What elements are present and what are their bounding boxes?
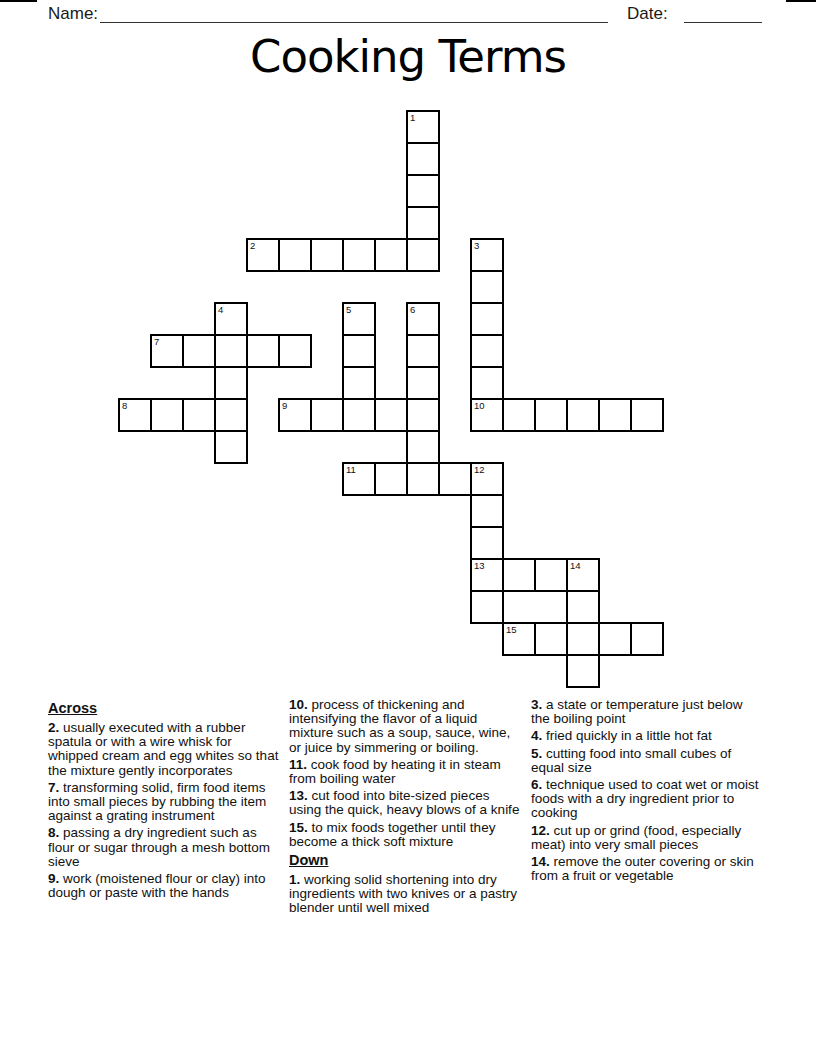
name-label: Name:	[48, 4, 98, 24]
grid-cell[interactable]: 5	[342, 302, 376, 336]
grid-cell[interactable]	[470, 366, 504, 400]
grid-cell[interactable]	[438, 462, 472, 496]
grid-cell[interactable]	[630, 622, 664, 656]
grid-cell[interactable]	[182, 334, 216, 368]
clue: 6. technique used to coat wet or moist f…	[531, 778, 763, 821]
clue-number: 10.	[289, 697, 312, 712]
clue-number: 1.	[289, 872, 304, 887]
grid-cell[interactable]	[182, 398, 216, 432]
grid-cell[interactable]: 6	[406, 302, 440, 336]
clue: 8. passing a dry ingredient such as flou…	[48, 826, 280, 869]
grid-cell[interactable]: 13	[470, 558, 504, 592]
cell-number: 5	[346, 304, 351, 315]
puzzle-title: Cooking Terms	[0, 30, 816, 83]
grid-cell[interactable]	[566, 654, 600, 688]
grid-cell[interactable]: 14	[566, 558, 600, 592]
clue: 12. cut up or grind (food, especially me…	[531, 824, 763, 852]
cell-number: 7	[154, 336, 159, 347]
grid-cell[interactable]	[150, 398, 184, 432]
grid-cell[interactable]	[566, 622, 600, 656]
grid-cell[interactable]	[406, 238, 440, 272]
clue-number: 12.	[531, 823, 554, 838]
grid-cell[interactable]: 15	[502, 622, 536, 656]
cell-number: 3	[474, 240, 479, 251]
grid-cell[interactable]	[342, 398, 376, 432]
grid-cell[interactable]	[406, 366, 440, 400]
worksheet-page: { "game": "crossword", "title": "Cooking…	[0, 0, 816, 1056]
grid-cell[interactable]: 10	[470, 398, 504, 432]
grid-cell[interactable]	[214, 430, 248, 464]
cell-number: 15	[506, 624, 517, 635]
grid-cell[interactable]	[214, 366, 248, 400]
clue-section-header: Across	[48, 700, 280, 716]
grid-cell[interactable]: 1	[406, 110, 440, 144]
grid-cell[interactable]	[406, 174, 440, 208]
cell-number: 8	[122, 400, 127, 411]
grid-cell[interactable]: 2	[246, 238, 280, 272]
clue: 7. transforming solid, firm food items i…	[48, 781, 280, 824]
grid-cell[interactable]	[278, 238, 312, 272]
clue: 11. cook food by heating it in steam fro…	[289, 758, 521, 786]
clue-number: 9.	[48, 871, 63, 886]
grid-cell[interactable]	[214, 334, 248, 368]
grid-cell[interactable]	[470, 270, 504, 304]
clues-column-1: Across2. usually executed with a rubber …	[48, 698, 280, 903]
grid-cell[interactable]	[534, 398, 568, 432]
date-input-line[interactable]	[684, 21, 762, 23]
clue-number: 15.	[289, 820, 312, 835]
grid-cell[interactable]	[406, 206, 440, 240]
clue-number: 5.	[531, 746, 546, 761]
grid-cell[interactable]	[630, 398, 664, 432]
grid-cell[interactable]	[374, 238, 408, 272]
grid-cell[interactable]	[246, 334, 280, 368]
cell-number: 2	[250, 240, 255, 251]
grid-cell[interactable]: 8	[118, 398, 152, 432]
grid-cell[interactable]: 12	[470, 462, 504, 496]
grid-cell[interactable]	[342, 334, 376, 368]
clue-number: 6.	[531, 777, 546, 792]
grid-cell[interactable]	[278, 334, 312, 368]
clue: 9. work (moistened flour or clay) into d…	[48, 872, 280, 900]
clue: 4. fried quickly in a little hot fat	[531, 729, 763, 743]
grid-cell[interactable]	[310, 238, 344, 272]
grid-cell[interactable]	[310, 398, 344, 432]
grid-cell[interactable]	[406, 430, 440, 464]
grid-cell[interactable]: 7	[150, 334, 184, 368]
cell-number: 9	[282, 400, 287, 411]
cell-number: 12	[474, 464, 485, 475]
grid-cell[interactable]	[470, 526, 504, 560]
clue: 1. working solid shortening into dry ing…	[289, 873, 521, 916]
grid-cell[interactable]	[374, 398, 408, 432]
grid-cell[interactable]	[406, 334, 440, 368]
grid-cell[interactable]	[598, 622, 632, 656]
grid-cell[interactable]	[470, 590, 504, 624]
clue: 10. process of thickening and intensifyi…	[289, 698, 521, 755]
grid-cell[interactable]	[342, 366, 376, 400]
cell-number: 4	[218, 304, 223, 315]
clue-number: 2.	[48, 720, 63, 735]
grid-cell[interactable]	[406, 462, 440, 496]
grid-cell[interactable]: 4	[214, 302, 248, 336]
clue: 15. to mix foods together until they bec…	[289, 821, 521, 849]
clue-number: 13.	[289, 788, 312, 803]
clue: 14. remove the outer covering or skin fr…	[531, 855, 763, 883]
clue-number: 14.	[531, 854, 554, 869]
grid-cell[interactable]	[502, 398, 536, 432]
grid-cell[interactable]	[470, 302, 504, 336]
grid-cell[interactable]	[374, 462, 408, 496]
grid-cell[interactable]	[598, 398, 632, 432]
grid-cell[interactable]	[534, 558, 568, 592]
clues-column-2: 10. process of thickening and intensifyi…	[289, 698, 521, 919]
grid-cell[interactable]	[566, 398, 600, 432]
grid-cell[interactable]: 11	[342, 462, 376, 496]
grid-cell[interactable]: 9	[278, 398, 312, 432]
grid-cell[interactable]	[470, 494, 504, 528]
top-rule-left	[0, 0, 37, 2]
grid-cell[interactable]	[214, 398, 248, 432]
clue-section-header: Down	[289, 852, 521, 868]
grid-cell[interactable]	[534, 622, 568, 656]
cell-number: 13	[474, 560, 485, 571]
clue-number: 4.	[531, 728, 546, 743]
cell-number: 10	[474, 400, 485, 411]
clue-number: 8.	[48, 825, 63, 840]
date-label: Date:	[627, 4, 668, 24]
clue: 3. a state or temperature just below the…	[531, 698, 763, 726]
clue-number: 7.	[48, 780, 63, 795]
clue: 5. cutting food into small cubes of equa…	[531, 747, 763, 775]
top-rule-right	[786, 0, 816, 2]
crossword-grid: 123456789101112131415	[118, 110, 666, 690]
name-input-line[interactable]	[100, 21, 608, 23]
cell-number: 11	[346, 464, 356, 475]
grid-cell[interactable]	[342, 238, 376, 272]
clue-number: 3.	[531, 697, 546, 712]
grid-cell[interactable]	[470, 334, 504, 368]
clue: 2. usually executed with a rubber spatul…	[48, 721, 280, 778]
clue: 13. cut food into bite-sized pieces usin…	[289, 789, 521, 817]
cell-number: 1	[410, 112, 415, 123]
grid-cell[interactable]: 3	[470, 238, 504, 272]
grid-cell[interactable]	[566, 590, 600, 624]
clue-number: 11.	[289, 757, 311, 772]
grid-cell[interactable]	[406, 398, 440, 432]
grid-cell[interactable]	[502, 558, 536, 592]
grid-cell[interactable]	[406, 142, 440, 176]
cell-number: 14	[570, 560, 581, 571]
cell-number: 6	[410, 304, 415, 315]
clues-column-3: 3. a state or temperature just below the…	[531, 698, 763, 886]
